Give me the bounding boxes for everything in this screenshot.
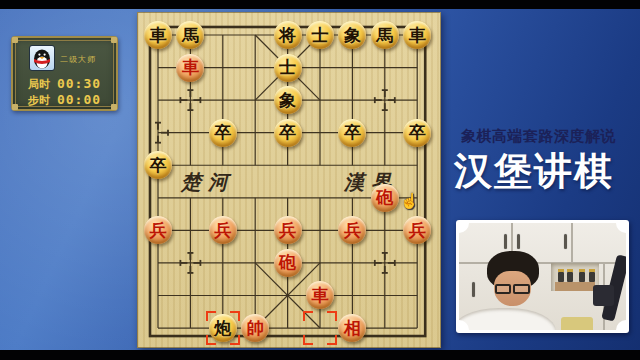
banner-subtitle: 象棋高端套路深度解说 <box>461 127 633 146</box>
piece-e8[interactable]: 象 <box>274 86 302 114</box>
piece-i10[interactable]: 車 <box>403 21 431 49</box>
cabinet-seam <box>571 223 573 262</box>
panel-corner-ornament <box>111 37 117 43</box>
qq-penguin-icon <box>30 46 54 70</box>
cabinet-handle <box>472 282 475 297</box>
piece-e4[interactable]: 兵 <box>274 216 302 244</box>
webcam-frame <box>456 220 629 333</box>
mic-base <box>593 285 615 306</box>
game-time-row: 局时 00:30 <box>13 77 116 91</box>
piece-c1[interactable]: 炮 <box>209 314 237 342</box>
piece-e3[interactable]: 砲 <box>274 249 302 277</box>
panel-corner-ornament <box>12 37 18 43</box>
piece-e7[interactable]: 卒 <box>274 119 302 147</box>
letterbox-top <box>0 0 640 9</box>
jar-icon <box>567 272 573 282</box>
piece-h5[interactable]: 砲 <box>371 184 399 212</box>
move-time-row: 步时 00:00 <box>13 93 116 107</box>
piece-i7[interactable]: 卒 <box>403 119 431 147</box>
player-avatar <box>29 45 55 71</box>
piece-h10[interactable]: 馬 <box>371 21 399 49</box>
piece-c7[interactable]: 卒 <box>209 119 237 147</box>
banner-title: 汉堡讲棋 <box>454 146 639 197</box>
frame-corner-notch <box>616 223 626 233</box>
webcam-photo <box>459 223 626 330</box>
piece-g7[interactable]: 卒 <box>338 119 366 147</box>
streamer-glasses <box>495 284 530 294</box>
piece-e9[interactable]: 士 <box>274 54 302 82</box>
video-frame: 二级大师 局时 00:30 步时 00:00 楚河 漢界 車馬将士象馬車士象卒卒… <box>0 0 640 360</box>
streamer-shirt <box>459 308 556 330</box>
cabinet-handle <box>504 234 507 249</box>
player-rank-label: 二级大师 <box>60 54 96 65</box>
piece-a10[interactable]: 車 <box>144 21 172 49</box>
xiangqi-board[interactable]: 楚河 漢界 車馬将士象馬車士象卒卒卒卒卒炮車砲兵兵兵兵兵砲車帥相 <box>137 12 441 348</box>
cabinet-handle <box>564 234 567 249</box>
jar-icon <box>579 272 585 282</box>
piece-c4[interactable]: 兵 <box>209 216 237 244</box>
move-time-value: 00:00 <box>57 93 101 107</box>
letterbox-bottom <box>0 350 640 360</box>
frame-corner-notch <box>459 223 469 233</box>
piece-b9[interactable]: 車 <box>176 54 204 82</box>
game-time-label: 局时 <box>28 77 50 91</box>
frame-corner-notch <box>616 320 626 330</box>
move-time-label: 步时 <box>28 93 50 107</box>
jar-icon <box>589 272 595 282</box>
river-label-left: 楚河 <box>181 169 235 196</box>
piece-e10[interactable]: 将 <box>274 21 302 49</box>
shelf-box <box>555 282 596 291</box>
desk-object <box>561 317 593 330</box>
jar-icon <box>558 272 564 282</box>
player-info-panel: 二级大师 局时 00:30 步时 00:00 <box>11 36 118 111</box>
hand-cursor-icon: ☝ <box>400 192 419 210</box>
cabinet-seam <box>459 262 626 264</box>
piece-f10[interactable]: 士 <box>306 21 334 49</box>
cabinet-handle <box>517 234 520 249</box>
game-time-value: 00:30 <box>57 77 101 91</box>
